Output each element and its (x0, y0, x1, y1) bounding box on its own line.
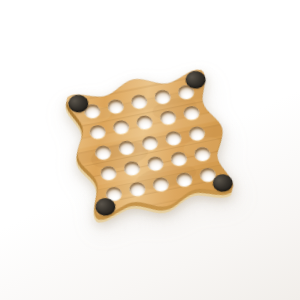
hole-r2c5-empty[interactable] (182, 105, 201, 121)
hole-r5c4-empty[interactable] (175, 171, 194, 187)
hole-r2c4-empty[interactable] (159, 109, 178, 125)
hole-r3c3-empty[interactable] (141, 135, 160, 151)
hole-r4c4-empty[interactable] (170, 151, 189, 167)
hole-r3c5-empty[interactable] (188, 125, 207, 141)
hole-r1c3-empty[interactable] (130, 94, 149, 110)
hole-r1c2-empty[interactable] (106, 98, 125, 114)
hole-r3c2-empty[interactable] (117, 140, 136, 156)
hole-r4c5-empty[interactable] (193, 146, 212, 162)
hole-r4c3-empty[interactable] (146, 155, 165, 171)
hole-r4c2-empty[interactable] (123, 160, 142, 176)
hole-r3c4-empty[interactable] (164, 130, 183, 146)
photo-background (0, 0, 300, 300)
hole-r2c1-empty[interactable] (88, 124, 107, 140)
hole-r5c2-empty[interactable] (128, 181, 147, 197)
hole-r2c3-empty[interactable] (135, 114, 154, 130)
hole-r4c1-empty[interactable] (99, 165, 118, 181)
hole-r3c1-empty[interactable] (94, 144, 113, 160)
peg-board (37, 43, 264, 243)
hole-r5c3-empty[interactable] (152, 176, 171, 192)
hole-r1c4-empty[interactable] (153, 89, 172, 105)
hole-r2c2-empty[interactable] (112, 119, 131, 135)
